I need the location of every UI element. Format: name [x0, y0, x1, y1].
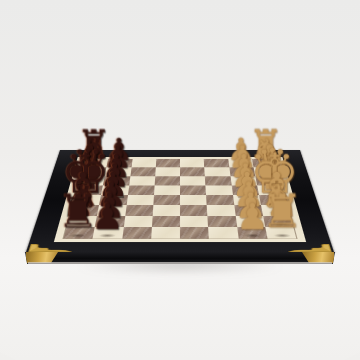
brass-edge-accent-left [26, 252, 58, 263]
square-c4 [180, 176, 206, 185]
chess-board: ♜♞♝♛♚♝♞♜♟♟♟♟♟♟♟♟♟♟♟♟♟♟♟♟♜♞♝♛♚♝♞♜ [26, 150, 335, 253]
black-pawn-h7: ♟ [92, 227, 123, 239]
chess-set-photo: ♜♞♝♛♚♝♞♜♟♟♟♟♟♟♟♟♟♟♟♟♟♟♟♟♜♞♝♛♚♝♞♜ [0, 0, 360, 360]
square-a5 [156, 159, 180, 167]
brass-corner-ornament-left [28, 244, 73, 252]
square-c5 [154, 176, 180, 185]
square-d5 [154, 185, 180, 195]
piece-glyph: ♜ [261, 189, 302, 235]
square-a6 [131, 159, 156, 167]
board-front-edge [25, 252, 335, 264]
brass-edge-accent-right [302, 252, 334, 263]
square-b6 [130, 168, 156, 177]
square-a4 [180, 159, 204, 167]
square-d6 [128, 185, 155, 195]
square-b3 [204, 168, 230, 177]
square-b4 [180, 168, 205, 177]
square-c3 [205, 176, 231, 185]
piece-glyph: ♟ [91, 198, 124, 234]
square-b5 [155, 168, 180, 177]
square-a3 [204, 159, 229, 167]
white-rook-h1: ♜ [266, 227, 298, 239]
square-d3 [206, 185, 233, 195]
square-d4 [180, 185, 206, 195]
brass-corner-ornament-right [287, 244, 332, 252]
square-c6 [129, 176, 155, 185]
black-rook-h8: ♜ [62, 227, 94, 239]
